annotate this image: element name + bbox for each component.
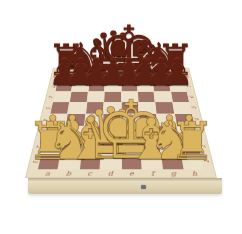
file-label-b: b <box>57 169 79 178</box>
rank-label-right-8: 8 <box>179 75 196 80</box>
square-d3 <box>102 126 120 139</box>
square-f8 <box>137 72 153 81</box>
square-g1 <box>162 154 184 169</box>
square-d1 <box>101 154 121 169</box>
square-d8 <box>105 72 120 81</box>
square-c5 <box>86 102 104 113</box>
square-d5 <box>104 102 121 113</box>
square-f6 <box>138 92 155 102</box>
square-c1 <box>80 154 101 169</box>
square-e4 <box>121 114 139 126</box>
square-g5 <box>156 102 174 113</box>
square-f1 <box>142 154 163 169</box>
file-labels: abcdefgh <box>36 169 206 178</box>
rank-label-left-8: 8 <box>46 75 63 80</box>
square-b7 <box>72 82 89 91</box>
square-b3 <box>64 126 84 139</box>
square-g6 <box>154 92 171 102</box>
board-grid <box>38 72 204 169</box>
square-e2 <box>121 140 140 154</box>
rank-label-left-3: 3 <box>31 129 51 136</box>
file-label-f: f <box>142 169 164 178</box>
square-e6 <box>121 92 137 102</box>
square-f3 <box>140 126 159 139</box>
rank-label-left-2: 2 <box>27 143 48 150</box>
square-e8 <box>121 72 136 81</box>
square-c7 <box>88 82 104 91</box>
square-g3 <box>158 126 178 139</box>
rank-label-right-2: 2 <box>193 143 214 150</box>
rank-label-left-7: 7 <box>44 84 61 89</box>
square-g2 <box>160 140 181 154</box>
square-f7 <box>137 82 153 91</box>
square-b8 <box>74 72 90 81</box>
square-d7 <box>105 82 121 91</box>
rank-label-right-5: 5 <box>185 105 204 111</box>
square-b1 <box>59 154 81 169</box>
square-f4 <box>139 114 157 126</box>
square-d2 <box>101 140 120 154</box>
square-b2 <box>61 140 82 154</box>
square-b6 <box>70 92 87 102</box>
rank-label-right-4: 4 <box>188 116 207 122</box>
square-b5 <box>68 102 86 113</box>
rank-label-left-4: 4 <box>35 116 54 122</box>
square-d4 <box>103 114 121 126</box>
file-label-d: d <box>100 169 121 178</box>
square-c8 <box>90 72 106 81</box>
square-g4 <box>157 114 176 126</box>
file-label-a: a <box>36 169 59 178</box>
square-d6 <box>104 92 120 102</box>
square-f5 <box>139 102 157 113</box>
folding-box-edge <box>28 178 222 194</box>
file-label-c: c <box>79 169 101 178</box>
square-c2 <box>81 140 101 154</box>
square-c6 <box>87 92 104 102</box>
square-g7 <box>153 82 170 91</box>
square-e7 <box>121 82 137 91</box>
square-b4 <box>66 114 85 126</box>
rank-label-left-6: 6 <box>41 94 59 99</box>
square-e3 <box>121 126 139 139</box>
square-e1 <box>121 154 141 169</box>
rank-label-left-5: 5 <box>38 105 57 111</box>
rank-label-right-1: 1 <box>196 157 218 165</box>
chess-set-photo: abcdefgh 87654321 87654321 ♜♞♝♛♚♝♞♜♟♟♟♟♟… <box>0 0 242 234</box>
rank-label-right-7: 7 <box>181 84 198 89</box>
hinge-icon <box>141 185 146 189</box>
file-label-h: h <box>183 169 206 178</box>
file-label-e: e <box>121 169 142 178</box>
square-e5 <box>121 102 138 113</box>
chess-board: abcdefgh 87654321 87654321 <box>25 68 217 178</box>
square-c4 <box>85 114 103 126</box>
square-g8 <box>152 72 168 81</box>
rank-label-right-3: 3 <box>191 129 211 136</box>
square-f2 <box>141 140 161 154</box>
rank-label-left-1: 1 <box>23 157 45 165</box>
rank-label-right-6: 6 <box>183 94 201 99</box>
square-c3 <box>83 126 102 139</box>
file-label-g: g <box>163 169 185 178</box>
